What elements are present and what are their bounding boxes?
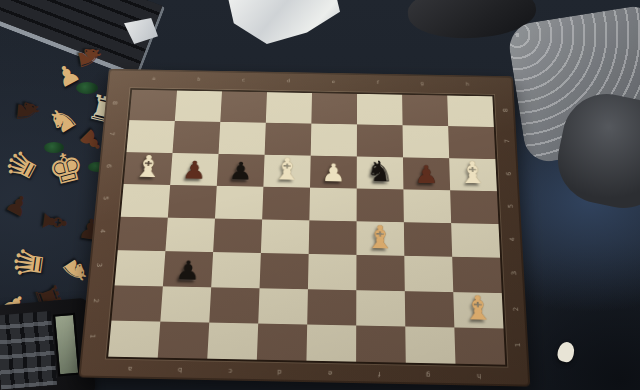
- coord-label: b: [178, 366, 183, 374]
- square-g8[interactable]: [402, 95, 448, 127]
- piece-black-pawn-b3[interactable]: ♟: [175, 255, 202, 286]
- calculator-lcd: [53, 313, 80, 377]
- captured-piece: ♝: [37, 206, 73, 239]
- square-e5[interactable]: [309, 187, 356, 221]
- piece-black-pawn-b6[interactable]: ♟: [181, 156, 207, 185]
- table-scene: ♞♜♟♞♞♟♛♚♟♝♟♛♞♜♟♞ abcdefgh abcdefgh 87654…: [0, 0, 640, 390]
- coord-label: d: [287, 78, 291, 84]
- square-f6[interactable]: ♞: [357, 156, 404, 189]
- coord-label: b: [197, 76, 201, 82]
- square-f5[interactable]: [357, 188, 404, 222]
- square-h7[interactable]: [448, 126, 495, 158]
- square-b4[interactable]: [165, 218, 215, 253]
- square-e2[interactable]: [307, 289, 356, 325]
- captured-piece: ♟: [1, 188, 34, 222]
- coord-label: 4: [508, 237, 516, 241]
- piece-white-pawn-e6[interactable]: ♟: [321, 158, 345, 187]
- square-f4[interactable]: ♝: [356, 221, 404, 256]
- square-d8[interactable]: [266, 92, 312, 124]
- file-labels-top: abcdefgh: [131, 75, 490, 87]
- coord-label: g: [426, 371, 431, 379]
- square-a1[interactable]: [108, 320, 160, 357]
- square-h4[interactable]: [451, 223, 500, 258]
- square-d7[interactable]: [265, 123, 312, 155]
- square-c1[interactable]: [207, 322, 258, 359]
- piece-white-bishop-h2[interactable]: ♝: [462, 289, 495, 328]
- square-c5[interactable]: [215, 186, 263, 220]
- felt-base: [76, 82, 98, 94]
- square-f3[interactable]: [356, 255, 404, 291]
- square-e4[interactable]: [309, 220, 357, 255]
- small-white-piece: [556, 340, 576, 363]
- coord-label: 8: [502, 108, 509, 112]
- square-a4[interactable]: [118, 217, 168, 252]
- square-d2[interactable]: [258, 288, 308, 324]
- square-f7[interactable]: [357, 125, 403, 157]
- coord-label: d: [277, 368, 282, 376]
- square-b3[interactable]: ♟: [163, 251, 213, 287]
- square-h8[interactable]: [447, 96, 494, 128]
- square-h2[interactable]: ♝: [453, 292, 503, 329]
- square-c3[interactable]: [211, 252, 261, 288]
- square-h5[interactable]: [450, 190, 498, 224]
- captured-piece: ♛: [0, 143, 46, 188]
- file-labels-bottom: abcdefgh: [105, 364, 504, 380]
- coord-label: 7: [108, 132, 116, 136]
- square-b7[interactable]: [173, 121, 221, 153]
- piece-black-knight-f6[interactable]: ♞: [366, 154, 394, 188]
- square-e6[interactable]: ♟: [310, 155, 357, 188]
- square-g2[interactable]: [405, 291, 455, 328]
- captured-piece: ♛: [8, 243, 50, 282]
- coord-label: 8: [111, 101, 119, 105]
- coord-label: 2: [92, 298, 100, 302]
- square-c4[interactable]: [213, 219, 262, 254]
- square-h6[interactable]: ♝: [449, 158, 497, 191]
- coord-label: c: [242, 77, 245, 83]
- square-c7[interactable]: [219, 122, 266, 154]
- square-d4[interactable]: [261, 219, 309, 254]
- square-b2[interactable]: [160, 286, 211, 322]
- coord-label: f: [378, 370, 380, 378]
- square-e8[interactable]: [311, 93, 357, 125]
- calculator-keys: [0, 311, 57, 390]
- piece-white-bishop-d6[interactable]: ♝: [272, 152, 303, 187]
- coord-label: 6: [505, 171, 513, 175]
- square-f2[interactable]: [356, 290, 405, 327]
- square-a5[interactable]: [121, 184, 170, 218]
- square-c2[interactable]: [209, 287, 259, 323]
- coord-label: 3: [510, 272, 518, 276]
- coord-label: 1: [514, 343, 522, 347]
- rank-labels-right: 87654321: [503, 95, 521, 363]
- square-g5[interactable]: [403, 189, 451, 223]
- coord-label: 4: [99, 229, 107, 233]
- square-d5[interactable]: [262, 187, 310, 221]
- piece-white-bishop-a6[interactable]: ♝: [132, 149, 165, 184]
- square-e3[interactable]: [308, 254, 357, 290]
- square-g3[interactable]: [404, 256, 453, 292]
- square-g4[interactable]: [404, 222, 452, 257]
- piece-black-pawn-g6[interactable]: ♟: [414, 160, 439, 189]
- coord-label: 5: [102, 196, 110, 200]
- coord-label: c: [228, 367, 232, 375]
- square-g7[interactable]: [403, 125, 450, 157]
- coord-label: h: [466, 81, 470, 87]
- square-a2[interactable]: [111, 285, 162, 321]
- square-h1[interactable]: [454, 327, 505, 364]
- square-d6[interactable]: ♝: [263, 154, 310, 187]
- chess-board: abcdefgh abcdefgh 87654321 87654321 ♝♟♟♝…: [78, 69, 530, 387]
- square-d1[interactable]: [257, 323, 307, 360]
- square-b6[interactable]: ♟: [170, 153, 218, 186]
- captured-piece: ♞: [11, 96, 43, 125]
- square-c6[interactable]: ♟: [217, 153, 265, 186]
- captured-piece: ♞: [42, 99, 83, 141]
- board-grid: ♝♟♟♝♟♞♟♝♝♟♝: [106, 88, 507, 367]
- crumpled-paper: [222, 0, 340, 44]
- square-d3[interactable]: [260, 253, 309, 289]
- square-b1[interactable]: [158, 321, 210, 358]
- square-b8[interactable]: [175, 91, 222, 123]
- coord-label: e: [332, 78, 335, 84]
- square-f1[interactable]: [356, 325, 406, 362]
- coord-label: 3: [95, 263, 103, 267]
- square-a6[interactable]: ♝: [124, 152, 173, 185]
- square-g1[interactable]: [405, 326, 455, 363]
- coord-label: g: [420, 80, 424, 86]
- piece-white-bishop-h6[interactable]: ♝: [457, 155, 488, 190]
- felt-base: [44, 142, 64, 153]
- square-e7[interactable]: [311, 124, 357, 156]
- square-e1[interactable]: [306, 324, 356, 361]
- square-c8[interactable]: [220, 91, 267, 123]
- square-f8[interactable]: [357, 94, 403, 126]
- coord-label: 5: [507, 204, 515, 208]
- square-b5[interactable]: [168, 185, 217, 219]
- coord-label: e: [328, 369, 332, 377]
- square-a8[interactable]: [129, 90, 177, 121]
- piece-white-bishop-f4[interactable]: ♝: [365, 218, 396, 255]
- square-h3[interactable]: [452, 257, 502, 293]
- square-a7[interactable]: [127, 120, 175, 152]
- coord-label: 7: [503, 140, 511, 144]
- square-a3[interactable]: [115, 250, 166, 285]
- coord-label: 2: [512, 307, 520, 311]
- coord-label: 1: [88, 334, 96, 338]
- coord-label: f: [377, 79, 379, 85]
- coord-label: h: [476, 372, 481, 380]
- coord-label: a: [128, 365, 133, 373]
- piece-black-pawn-c6[interactable]: ♟: [228, 157, 253, 186]
- coord-label: 6: [105, 164, 113, 168]
- coord-label: a: [152, 75, 156, 81]
- square-g6[interactable]: ♟: [403, 157, 450, 190]
